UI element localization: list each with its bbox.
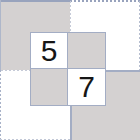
cell-r2c2[interactable]: 7: [68, 69, 105, 105]
digit-7: 7: [78, 72, 95, 102]
outer-border-left-top-segment: [0, 0, 1, 70]
outer-border-bottom-segment: [0, 139, 71, 140]
sudoku-board-crop: 5 7: [0, 0, 140, 140]
cell-r2c1[interactable]: [31, 69, 68, 105]
outer-border-top-right-segment: [70, 0, 140, 2]
outer-border-right-segment: [139, 1, 140, 71]
digit-5: 5: [41, 35, 58, 65]
faint-box-boundary-above-grid: [70, 1, 71, 33]
cell-r1c2[interactable]: [68, 33, 105, 69]
cell-r1c1[interactable]: 5: [31, 33, 68, 69]
faint-box-boundary-left-of-grid: [1, 70, 31, 71]
outer-border-left-bottom-segment: [0, 70, 1, 140]
box-boundary-line-vertical: [70, 105, 72, 140]
cell-grid: 5 7: [30, 32, 106, 106]
box-boundary-line-horizontal: [105, 70, 140, 72]
outer-border-top-left-segment: [0, 0, 70, 2]
